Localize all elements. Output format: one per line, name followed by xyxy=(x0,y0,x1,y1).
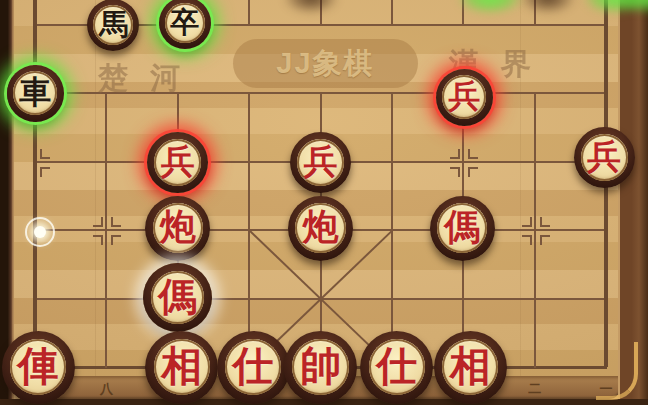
piece-character: 仕 xyxy=(233,346,274,387)
piece-face: 兵 xyxy=(442,75,486,119)
piece-character: 馬 xyxy=(99,10,128,39)
piece-red-advisor-left[interactable]: 仕 xyxy=(217,331,290,404)
app-watermark: JJ象棋 xyxy=(233,39,418,88)
piece-black-chariot[interactable]: 車 xyxy=(7,65,64,122)
piece-face: 兵 xyxy=(154,139,201,186)
piece-red-cannon-file7[interactable]: 炮 xyxy=(145,196,210,261)
piece-character: 相 xyxy=(450,346,491,387)
piece-character: 兵 xyxy=(448,80,480,112)
piece-red-horse-file3[interactable]: 傌 xyxy=(430,196,495,261)
piece-red-soldier-file1[interactable]: 兵 xyxy=(574,127,635,188)
piece-red-soldier-file5[interactable]: 兵 xyxy=(290,132,351,193)
piece-red-elephant-right[interactable]: 相 xyxy=(434,331,507,404)
piece-character: 兵 xyxy=(161,145,195,179)
piece-character: 炮 xyxy=(303,209,339,245)
piece-character: 傌 xyxy=(158,277,197,316)
piece-character: 車 xyxy=(19,76,51,108)
piece-face: 仕 xyxy=(369,339,425,395)
piece-red-general[interactable]: 帥 xyxy=(284,331,357,404)
file-label-二: 二 xyxy=(520,380,550,398)
piece-character: 傌 xyxy=(444,209,480,245)
file-label-八: 八 xyxy=(91,380,121,398)
piece-character: 相 xyxy=(161,346,202,387)
piece-face: 傌 xyxy=(151,271,204,324)
piece-face: 傌 xyxy=(437,203,487,253)
piece-character: 兵 xyxy=(587,140,621,174)
piece-face: 車 xyxy=(13,71,57,115)
piece-face: 相 xyxy=(154,339,210,395)
piece-character: 炮 xyxy=(160,209,196,245)
river-text-left: 楚河 xyxy=(98,58,202,99)
piece-character: 兵 xyxy=(304,145,338,179)
piece-face: 卒 xyxy=(165,3,205,43)
piece-face: 馬 xyxy=(93,5,133,45)
piece-character: 卒 xyxy=(170,8,199,37)
piece-red-cannon-file5[interactable]: 炮 xyxy=(288,196,353,261)
piece-face: 炮 xyxy=(295,203,345,253)
piece-face: 兵 xyxy=(297,139,344,186)
piece-face: 帥 xyxy=(292,339,348,395)
piece-character: 仕 xyxy=(376,346,417,387)
piece-face: 仕 xyxy=(225,339,281,395)
piece-face: 俥 xyxy=(10,339,66,395)
move-indicator-dot xyxy=(25,217,55,247)
piece-red-elephant-left[interactable]: 相 xyxy=(145,331,218,404)
piece-character: 俥 xyxy=(18,346,59,387)
piece-black-soldier[interactable]: 卒 xyxy=(159,0,211,49)
piece-face: 相 xyxy=(442,339,498,395)
piece-face: 炮 xyxy=(153,203,203,253)
piece-face: 兵 xyxy=(581,134,628,181)
xiangqi-board: 楚河 漢界 JJ象棋 八二一 馬卒車兵兵兵兵炮炮傌傌俥相仕帥仕相 xyxy=(0,0,648,405)
piece-red-soldier-file3[interactable]: 兵 xyxy=(436,69,493,126)
piece-character: 帥 xyxy=(300,346,341,387)
piece-red-chariot[interactable]: 俥 xyxy=(2,331,75,404)
piece-red-advisor-right[interactable]: 仕 xyxy=(360,331,433,404)
piece-red-horse-file7[interactable]: 傌 xyxy=(143,263,212,332)
